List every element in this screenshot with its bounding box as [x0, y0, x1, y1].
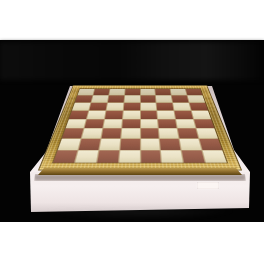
square-f7	[156, 95, 172, 102]
square-c6	[106, 103, 123, 110]
square-a4	[66, 119, 86, 128]
square-f3	[159, 129, 178, 139]
square-d3	[121, 129, 140, 139]
board-shadow-on-box	[34, 174, 246, 181]
square-h8	[186, 89, 203, 95]
square-a2	[58, 139, 81, 150]
square-e4	[141, 119, 159, 128]
square-g6	[173, 103, 190, 110]
square-a7	[75, 95, 92, 102]
square-d6	[123, 103, 139, 110]
square-h6	[190, 103, 208, 110]
square-c5	[105, 111, 123, 119]
square-e5	[140, 111, 157, 119]
box-embossed-label	[197, 182, 219, 189]
square-e8	[140, 89, 155, 95]
square-f5	[158, 111, 176, 119]
backdrop-reflection	[0, 42, 264, 80]
square-e2	[141, 139, 161, 150]
board-squares	[53, 89, 226, 163]
square-g4	[176, 119, 195, 128]
square-b2	[79, 139, 101, 150]
frame-front-edge	[38, 168, 242, 175]
square-b5	[87, 111, 105, 119]
square-g7	[172, 95, 189, 102]
square-f6	[157, 103, 174, 110]
square-h1	[203, 151, 227, 163]
square-b4	[84, 119, 103, 128]
square-h3	[197, 129, 218, 139]
square-a8	[78, 89, 95, 95]
floor-reflection	[40, 209, 240, 221]
square-c1	[97, 151, 119, 163]
square-g2	[180, 139, 202, 150]
square-e6	[140, 103, 156, 110]
square-b1	[75, 151, 98, 163]
square-f4	[158, 119, 176, 128]
square-g1	[182, 151, 205, 163]
square-d5	[123, 111, 140, 119]
square-a6	[72, 103, 90, 110]
square-e3	[141, 129, 160, 139]
square-d8	[125, 89, 140, 95]
square-b3	[82, 129, 102, 139]
square-b7	[91, 95, 108, 102]
square-h4	[194, 119, 214, 128]
square-f2	[160, 139, 181, 150]
square-a1	[53, 151, 77, 163]
square-a5	[69, 111, 88, 119]
square-f8	[156, 89, 171, 95]
square-h2	[200, 139, 223, 150]
chess-board	[38, 85, 242, 170]
square-g5	[175, 111, 193, 119]
square-a3	[62, 129, 83, 139]
product-photo	[0, 0, 264, 264]
square-f1	[161, 151, 183, 163]
square-h7	[188, 95, 205, 102]
square-e7	[140, 95, 155, 102]
square-d4	[122, 119, 140, 128]
square-d1	[119, 151, 140, 163]
square-b6	[89, 103, 106, 110]
square-g8	[171, 89, 187, 95]
square-e1	[141, 151, 162, 163]
square-c4	[103, 119, 121, 128]
square-d2	[120, 139, 140, 150]
square-g3	[178, 129, 198, 139]
square-c2	[99, 139, 120, 150]
square-c7	[108, 95, 124, 102]
square-c8	[109, 89, 124, 95]
square-d7	[124, 95, 139, 102]
square-c3	[101, 129, 120, 139]
square-b8	[93, 89, 109, 95]
square-h5	[192, 111, 211, 119]
